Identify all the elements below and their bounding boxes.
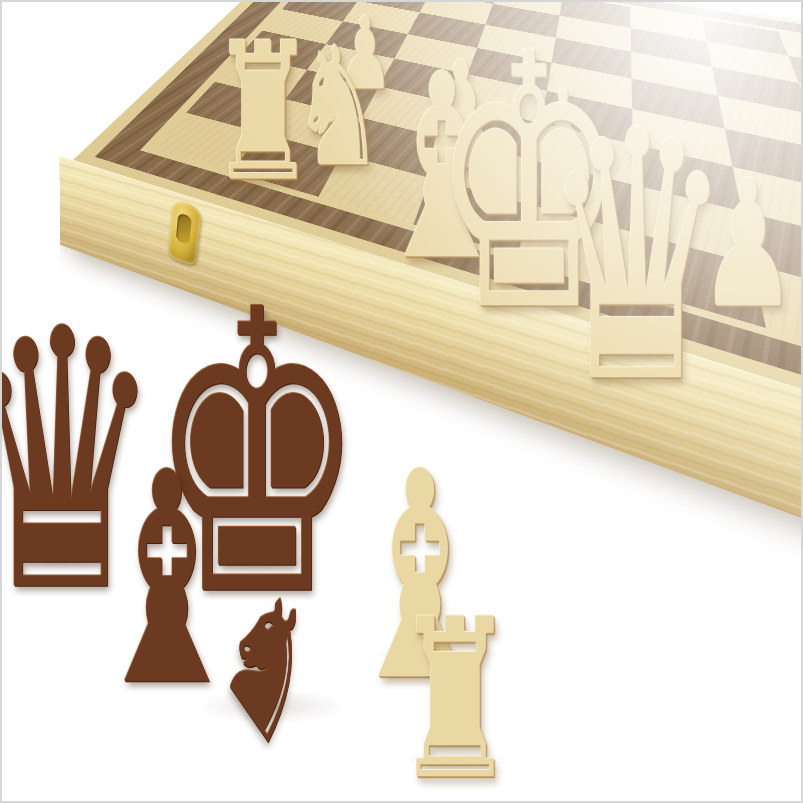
piece-white-queen[interactable]: ♛ xyxy=(541,85,733,430)
piece-white-rook-floor[interactable]: ♜ xyxy=(394,590,516,803)
piece-white-rook[interactable]: ♜ xyxy=(210,18,316,208)
product-photo: ♟♟♞♟♜♝♚♟♛♛♚♝♝♞♜ xyxy=(0,0,803,803)
